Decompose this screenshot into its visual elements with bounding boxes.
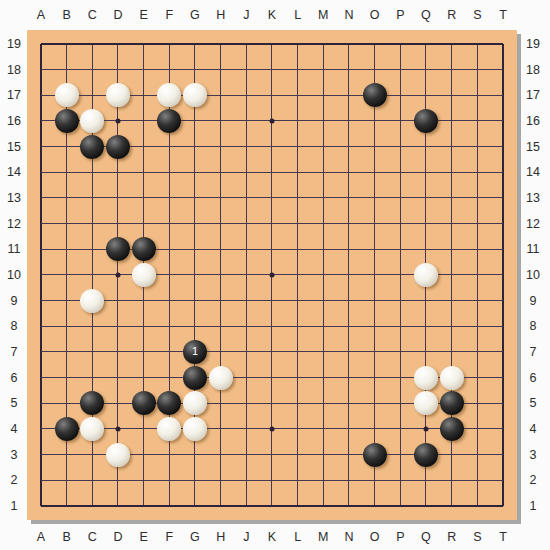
row-label-right-4: 4 bbox=[530, 423, 537, 436]
black-stone-B4 bbox=[55, 417, 79, 441]
white-stone-B17 bbox=[55, 83, 79, 107]
star-point-K16 bbox=[269, 118, 274, 123]
col-label-top-E: E bbox=[139, 9, 147, 22]
col-label-bottom-Q: Q bbox=[421, 531, 431, 544]
row-label-right-15: 15 bbox=[526, 140, 540, 153]
black-stone-G7: 1 bbox=[183, 340, 207, 364]
col-label-top-T: T bbox=[499, 9, 507, 22]
row-label-left-15: 15 bbox=[7, 140, 21, 153]
row-label-left-12: 12 bbox=[7, 217, 21, 230]
col-label-bottom-R: R bbox=[447, 531, 456, 544]
col-label-top-S: S bbox=[473, 9, 481, 22]
white-stone-Q5 bbox=[414, 391, 438, 415]
grid-line-horizontal bbox=[41, 480, 503, 481]
grid-line-horizontal bbox=[41, 69, 503, 70]
col-label-top-B: B bbox=[62, 9, 70, 22]
col-label-top-N: N bbox=[344, 9, 353, 22]
row-label-right-10: 10 bbox=[526, 269, 540, 282]
black-stone-D11 bbox=[106, 237, 130, 261]
row-label-right-13: 13 bbox=[526, 192, 540, 205]
row-label-left-2: 2 bbox=[11, 474, 18, 487]
row-label-left-17: 17 bbox=[7, 89, 21, 102]
col-label-top-H: H bbox=[216, 9, 225, 22]
white-stone-D17 bbox=[106, 83, 130, 107]
col-label-top-F: F bbox=[166, 9, 174, 22]
black-stone-O3 bbox=[363, 443, 387, 467]
col-label-bottom-B: B bbox=[62, 531, 70, 544]
col-label-top-D: D bbox=[113, 9, 122, 22]
row-label-right-9: 9 bbox=[530, 294, 537, 307]
col-label-bottom-O: O bbox=[370, 531, 380, 544]
black-stone-B16 bbox=[55, 109, 79, 133]
col-label-bottom-F: F bbox=[166, 531, 174, 544]
move-number-label: 1 bbox=[192, 346, 198, 357]
black-stone-E5 bbox=[132, 391, 156, 415]
col-label-bottom-G: G bbox=[190, 531, 200, 544]
col-label-top-K: K bbox=[268, 9, 276, 22]
row-label-right-19: 19 bbox=[526, 38, 540, 51]
row-label-right-12: 12 bbox=[526, 217, 540, 230]
black-stone-G6 bbox=[183, 366, 207, 390]
white-stone-R6 bbox=[440, 366, 464, 390]
row-label-left-6: 6 bbox=[11, 371, 18, 384]
row-label-right-11: 11 bbox=[527, 243, 540, 256]
grid-line-horizontal bbox=[41, 505, 503, 507]
star-point-K4 bbox=[269, 426, 274, 431]
col-label-top-L: L bbox=[294, 9, 301, 22]
row-label-right-6: 6 bbox=[530, 371, 537, 384]
col-label-top-M: M bbox=[318, 9, 328, 22]
star-point-D4 bbox=[115, 426, 120, 431]
go-board: 1 bbox=[27, 30, 517, 520]
row-label-right-17: 17 bbox=[526, 89, 540, 102]
col-label-top-A: A bbox=[37, 9, 45, 22]
row-label-left-9: 9 bbox=[11, 294, 18, 307]
col-label-bottom-H: H bbox=[216, 531, 225, 544]
grid-line-horizontal bbox=[41, 43, 503, 45]
col-label-bottom-J: J bbox=[243, 531, 249, 544]
white-stone-C16 bbox=[80, 109, 104, 133]
row-label-left-3: 3 bbox=[11, 448, 18, 461]
col-label-bottom-T: T bbox=[499, 531, 507, 544]
col-label-bottom-P: P bbox=[396, 531, 404, 544]
black-stone-Q16 bbox=[414, 109, 438, 133]
row-label-left-14: 14 bbox=[7, 166, 21, 179]
row-label-left-1: 1 bbox=[11, 500, 18, 513]
row-label-right-7: 7 bbox=[530, 346, 537, 359]
star-point-D10 bbox=[115, 272, 120, 277]
row-label-left-10: 10 bbox=[7, 269, 21, 282]
row-label-left-19: 19 bbox=[7, 38, 21, 51]
black-stone-E11 bbox=[132, 237, 156, 261]
col-label-bottom-L: L bbox=[294, 531, 301, 544]
grid-line-horizontal bbox=[41, 351, 503, 352]
col-label-bottom-S: S bbox=[473, 531, 481, 544]
black-stone-C5 bbox=[80, 391, 104, 415]
row-label-right-18: 18 bbox=[526, 63, 540, 76]
col-label-top-C: C bbox=[88, 9, 97, 22]
col-label-top-J: J bbox=[243, 9, 249, 22]
white-stone-D3 bbox=[106, 443, 130, 467]
star-point-K10 bbox=[269, 272, 274, 277]
row-label-left-13: 13 bbox=[7, 192, 21, 205]
row-label-right-14: 14 bbox=[526, 166, 540, 179]
board-grid: 1 bbox=[41, 44, 503, 506]
col-label-top-R: R bbox=[447, 9, 456, 22]
col-label-bottom-N: N bbox=[344, 531, 353, 544]
col-label-top-G: G bbox=[190, 9, 200, 22]
black-stone-Q3 bbox=[414, 443, 438, 467]
row-label-left-4: 4 bbox=[11, 423, 18, 436]
col-label-top-Q: Q bbox=[421, 9, 431, 22]
row-label-left-16: 16 bbox=[7, 115, 21, 128]
white-stone-C9 bbox=[80, 289, 104, 313]
black-stone-F16 bbox=[157, 109, 181, 133]
go-board-diagram: 1 AABBCCDDEEFFGGHHJJKKLLMMNNOOPPQQRRSSTT… bbox=[0, 0, 550, 550]
white-stone-F4 bbox=[157, 417, 181, 441]
star-point-Q4 bbox=[423, 426, 428, 431]
white-stone-C4 bbox=[80, 417, 104, 441]
row-label-right-2: 2 bbox=[530, 474, 537, 487]
col-label-bottom-M: M bbox=[318, 531, 328, 544]
grid-line-horizontal bbox=[41, 172, 503, 173]
white-stone-E10 bbox=[132, 263, 156, 287]
white-stone-F17 bbox=[157, 83, 181, 107]
row-label-left-11: 11 bbox=[8, 243, 21, 256]
row-label-right-16: 16 bbox=[526, 115, 540, 128]
row-label-right-3: 3 bbox=[530, 448, 537, 461]
row-label-right-8: 8 bbox=[530, 320, 537, 333]
row-label-right-1: 1 bbox=[530, 500, 537, 513]
white-stone-Q6 bbox=[414, 366, 438, 390]
col-label-top-P: P bbox=[396, 9, 404, 22]
grid-line-horizontal bbox=[41, 300, 503, 301]
row-label-left-18: 18 bbox=[7, 63, 21, 76]
white-stone-G4 bbox=[183, 417, 207, 441]
white-stone-G5 bbox=[183, 391, 207, 415]
col-label-top-O: O bbox=[370, 9, 380, 22]
row-label-right-5: 5 bbox=[530, 397, 537, 410]
col-label-bottom-K: K bbox=[268, 531, 276, 544]
white-stone-H6 bbox=[209, 366, 233, 390]
row-label-left-5: 5 bbox=[11, 397, 18, 410]
col-label-bottom-E: E bbox=[139, 531, 147, 544]
black-stone-C15 bbox=[80, 135, 104, 159]
black-stone-O17 bbox=[363, 83, 387, 107]
black-stone-D15 bbox=[106, 135, 130, 159]
grid-line-horizontal bbox=[41, 326, 503, 327]
col-label-bottom-C: C bbox=[88, 531, 97, 544]
row-label-left-8: 8 bbox=[11, 320, 18, 333]
black-stone-F5 bbox=[157, 391, 181, 415]
black-stone-R5 bbox=[440, 391, 464, 415]
black-stone-R4 bbox=[440, 417, 464, 441]
col-label-bottom-A: A bbox=[37, 531, 45, 544]
white-stone-Q10 bbox=[414, 263, 438, 287]
star-point-D16 bbox=[115, 118, 120, 123]
row-label-left-7: 7 bbox=[11, 346, 18, 359]
white-stone-G17 bbox=[183, 83, 207, 107]
grid-line-horizontal bbox=[41, 223, 503, 224]
col-label-bottom-D: D bbox=[113, 531, 122, 544]
grid-line-horizontal bbox=[41, 197, 503, 198]
